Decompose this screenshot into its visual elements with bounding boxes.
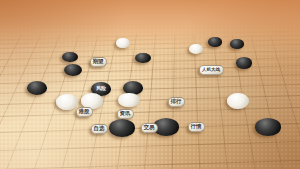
black-stone[interactable] (27, 81, 47, 95)
white-stone-label-期望[interactable]: 期望 (90, 57, 107, 68)
black-stone[interactable] (208, 37, 221, 46)
white-stone-label-自选[interactable]: 自选 (91, 124, 108, 135)
black-stone[interactable] (135, 53, 151, 64)
white-stone[interactable] (227, 93, 249, 108)
black-stone[interactable] (255, 118, 281, 136)
white-stone-label-排行[interactable]: 排行 (168, 97, 185, 108)
black-stone[interactable] (62, 52, 78, 63)
white-stone-label-行情[interactable]: 行情 (188, 122, 205, 133)
white-stone-label-资讯[interactable]: 资讯 (117, 109, 134, 120)
white-stone[interactable] (116, 38, 129, 47)
go-board-scene: 期望人机大战风险排行港股资讯行情交易自选 (0, 0, 300, 169)
white-stone-label-交易[interactable]: 交易 (141, 123, 158, 134)
white-stone-label-港股[interactable]: 港股 (76, 107, 93, 118)
white-stone[interactable] (189, 44, 203, 54)
black-stone[interactable] (109, 119, 135, 137)
white-stone-label-人机大战[interactable]: 人机大战 (199, 65, 224, 76)
white-stone[interactable] (56, 94, 78, 109)
black-stone[interactable] (64, 64, 82, 76)
black-stone[interactable] (236, 57, 252, 68)
black-stone[interactable] (230, 39, 244, 48)
